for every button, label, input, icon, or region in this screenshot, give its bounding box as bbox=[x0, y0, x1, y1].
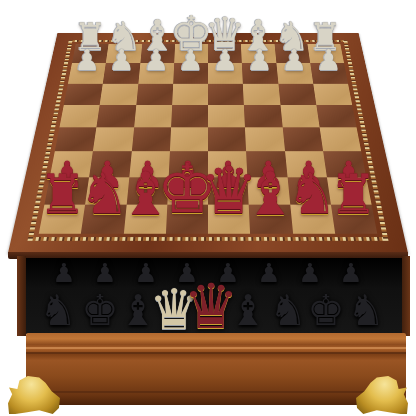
piece-red-rook-h1[interactable]: ♜ bbox=[329, 168, 377, 222]
piece-silver-pawn-d7[interactable]: ♟ bbox=[178, 46, 204, 75]
piece-silver-pawn-f7[interactable]: ♟ bbox=[247, 46, 273, 75]
piece-silver-pawn-a7[interactable]: ♟ bbox=[74, 46, 100, 75]
piece-silver-pawn-c7[interactable]: ♟ bbox=[143, 46, 169, 75]
chess-set-photo: ♟♟♟♟♟♟♟♟♞♚♝♝♞♚♞♛♛ ♜♞♝♚♛♝♞♜♟♟♟♟♟♟♟♟♟♟♟♟♟♟… bbox=[0, 0, 416, 416]
pieces-layer: ♜♞♝♚♛♝♞♜♟♟♟♟♟♟♟♟♟♟♟♟♟♟♟♟♜♞♝♚♛♝♞♜ bbox=[0, 0, 416, 416]
piece-silver-pawn-h7[interactable]: ♟ bbox=[316, 46, 342, 75]
piece-silver-pawn-e7[interactable]: ♟ bbox=[212, 46, 238, 75]
piece-silver-pawn-g7[interactable]: ♟ bbox=[281, 46, 307, 75]
piece-silver-pawn-b7[interactable]: ♟ bbox=[109, 46, 135, 75]
